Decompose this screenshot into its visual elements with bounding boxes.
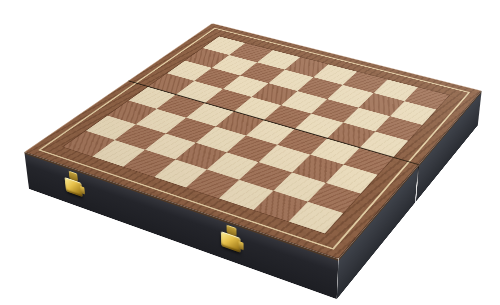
brass-clasp-left bbox=[64, 172, 85, 203]
clasp-knob bbox=[239, 241, 244, 250]
clasp-knob bbox=[80, 186, 85, 195]
brass-clasp-right bbox=[221, 226, 243, 260]
fold-seam-side-gap bbox=[415, 166, 419, 203]
chess-board bbox=[24, 23, 481, 259]
product-photo-stage bbox=[0, 0, 500, 305]
